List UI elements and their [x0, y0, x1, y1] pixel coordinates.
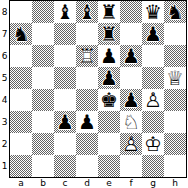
file-label-b: b [32, 178, 54, 188]
black-pawn-f6[interactable]: ♟ [120, 45, 142, 67]
square-h7[interactable] [164, 23, 186, 45]
square-a3[interactable] [10, 111, 32, 133]
rank-label-4: 4 [0, 89, 9, 111]
black-rook-e7[interactable]: ♜ [98, 23, 120, 45]
black-piece-glyph: ♟ [142, 23, 164, 45]
square-a2[interactable] [10, 133, 32, 155]
white-pawn-g4[interactable]: ♟♙ [142, 89, 164, 111]
white-knight-f3[interactable]: ♞♘ [120, 111, 142, 133]
square-e1[interactable] [98, 155, 120, 177]
file-label-f: f [120, 178, 142, 188]
square-a7[interactable]: ♞ [10, 23, 32, 45]
white-pawn-f2[interactable]: ♟♙ [120, 133, 142, 155]
file-label-d: d [76, 178, 98, 188]
file-label-e: e [98, 178, 120, 188]
white-piece-outline: ♖ [76, 45, 98, 67]
black-king-e4[interactable]: ♚ [98, 89, 120, 111]
rank-label-3: 3 [0, 111, 9, 133]
square-c5[interactable] [54, 67, 76, 89]
square-a1[interactable] [10, 155, 32, 177]
black-pawn-d3[interactable]: ♟ [76, 111, 98, 133]
square-f6[interactable]: ♟ [120, 45, 142, 67]
square-e2[interactable] [98, 133, 120, 155]
square-d6[interactable]: ♜♖ [76, 45, 98, 67]
square-a6[interactable] [10, 45, 32, 67]
square-g7[interactable]: ♟ [142, 23, 164, 45]
square-e3[interactable] [98, 111, 120, 133]
square-d8[interactable]: ♝ [76, 1, 98, 23]
square-c1[interactable] [54, 155, 76, 177]
file-label-g: g [142, 178, 164, 188]
black-queen-g8[interactable]: ♛ [142, 1, 164, 23]
black-piece-glyph: ♟ [98, 45, 120, 67]
rank-label-8: 8 [0, 1, 9, 23]
square-h1[interactable] [164, 155, 186, 177]
white-piece-fill: ♜ [76, 45, 98, 67]
white-piece-fill: ♚ [142, 133, 164, 155]
square-d4[interactable] [76, 89, 98, 111]
square-a8[interactable] [10, 1, 32, 23]
square-g8[interactable]: ♛ [142, 1, 164, 23]
square-g3[interactable] [142, 111, 164, 133]
rank-label-2: 2 [0, 133, 9, 155]
black-pawn-e5[interactable]: ♟ [98, 67, 120, 89]
rank-labels: 87654321 [0, 0, 9, 178]
black-piece-glyph: ♟ [120, 89, 142, 111]
white-piece-outline: ♘ [120, 111, 142, 133]
square-d1[interactable] [76, 155, 98, 177]
file-labels: abcdefgh [9, 178, 187, 188]
square-b8[interactable] [32, 1, 54, 23]
white-rook-d6[interactable]: ♜♖ [76, 45, 98, 67]
black-bishop-d8[interactable]: ♝ [76, 1, 98, 23]
square-b5[interactable] [32, 67, 54, 89]
rank-label-6: 6 [0, 45, 9, 67]
square-b3[interactable] [32, 111, 54, 133]
white-piece-outline: ♔ [142, 133, 164, 155]
black-pawn-f4[interactable]: ♟ [120, 89, 142, 111]
square-e8[interactable]: ♜ [98, 1, 120, 23]
black-piece-glyph: ♚ [98, 89, 120, 111]
square-g6[interactable] [142, 45, 164, 67]
black-pawn-c3[interactable]: ♟ [54, 111, 76, 133]
square-e4[interactable]: ♚ [98, 89, 120, 111]
black-rook-e8[interactable]: ♜ [98, 1, 120, 23]
black-piece-glyph: ♝ [76, 1, 98, 23]
square-h2[interactable] [164, 133, 186, 155]
square-e5[interactable]: ♟ [98, 67, 120, 89]
square-h4[interactable] [164, 89, 186, 111]
square-c6[interactable] [54, 45, 76, 67]
white-piece-outline: ♙ [142, 89, 164, 111]
black-piece-glyph: ♜ [98, 1, 120, 23]
square-f8[interactable] [120, 1, 142, 23]
square-c2[interactable] [54, 133, 76, 155]
square-h6[interactable] [164, 45, 186, 67]
square-e6[interactable]: ♟ [98, 45, 120, 67]
white-piece-outline: ♕ [164, 67, 186, 89]
square-e7[interactable]: ♜ [98, 23, 120, 45]
file-label-a: a [10, 178, 32, 188]
square-b4[interactable] [32, 89, 54, 111]
square-f3[interactable]: ♞♘ [120, 111, 142, 133]
black-pawn-e6[interactable]: ♟ [98, 45, 120, 67]
square-c7[interactable] [54, 23, 76, 45]
file-label-c: c [54, 178, 76, 188]
square-a4[interactable] [10, 89, 32, 111]
square-g1[interactable] [142, 155, 164, 177]
square-h5[interactable]: ♛♕ [164, 67, 186, 89]
square-f2[interactable]: ♟♙ [120, 133, 142, 155]
white-king-g2[interactable]: ♚♔ [142, 133, 164, 155]
square-f4[interactable]: ♟ [120, 89, 142, 111]
white-piece-fill: ♞ [120, 111, 142, 133]
square-f7[interactable] [120, 23, 142, 45]
rank-label-1: 1 [0, 155, 9, 177]
square-h3[interactable] [164, 111, 186, 133]
square-d5[interactable] [76, 67, 98, 89]
black-piece-glyph: ♜ [98, 23, 120, 45]
black-bishop-c8[interactable]: ♝ [54, 1, 76, 23]
square-c8[interactable]: ♝ [54, 1, 76, 23]
white-queen-h5[interactable]: ♛♕ [164, 67, 186, 89]
black-piece-glyph: ♟ [76, 111, 98, 133]
square-d7[interactable] [76, 23, 98, 45]
file-label-h: h [164, 178, 186, 188]
black-pawn-g7[interactable]: ♟ [142, 23, 164, 45]
square-g2[interactable]: ♚♔ [142, 133, 164, 155]
black-piece-glyph: ♞ [10, 23, 32, 45]
square-b7[interactable] [32, 23, 54, 45]
black-knight-a7[interactable]: ♞ [10, 23, 32, 45]
square-f5[interactable] [120, 67, 142, 89]
square-d3[interactable]: ♟ [76, 111, 98, 133]
black-knight-h8[interactable]: ♞ [164, 1, 186, 23]
white-piece-outline: ♙ [120, 133, 142, 155]
square-b1[interactable] [32, 155, 54, 177]
black-piece-glyph: ♟ [54, 111, 76, 133]
white-piece-fill: ♟ [120, 133, 142, 155]
square-f1[interactable] [120, 155, 142, 177]
square-g4[interactable]: ♟♙ [142, 89, 164, 111]
square-h8[interactable]: ♞ [164, 1, 186, 23]
chess-board: ♝♝♜♛♞♞♜♟♜♖♟♟♟♛♕♚♟♟♙♟♟♞♘♟♙♚♔ [9, 0, 187, 178]
square-c4[interactable] [54, 89, 76, 111]
square-b6[interactable] [32, 45, 54, 67]
square-b2[interactable] [32, 133, 54, 155]
white-piece-fill: ♛ [164, 67, 186, 89]
white-piece-fill: ♟ [142, 89, 164, 111]
black-piece-glyph: ♞ [164, 1, 186, 23]
black-piece-glyph: ♟ [98, 67, 120, 89]
square-g5[interactable] [142, 67, 164, 89]
rank-label-5: 5 [0, 67, 9, 89]
chess-diagram: 87654321 ♝♝♜♛♞♞♜♟♜♖♟♟♟♛♕♚♟♟♙♟♟♞♘♟♙♚♔ abc… [0, 0, 188, 188]
rank-label-7: 7 [0, 23, 9, 45]
black-piece-glyph: ♛ [142, 1, 164, 23]
square-a5[interactable] [10, 67, 32, 89]
square-c3[interactable]: ♟ [54, 111, 76, 133]
square-d2[interactable] [76, 133, 98, 155]
black-piece-glyph: ♝ [54, 1, 76, 23]
black-piece-glyph: ♟ [120, 45, 142, 67]
